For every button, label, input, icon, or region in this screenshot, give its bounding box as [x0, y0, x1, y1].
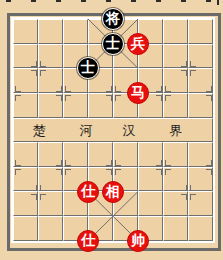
- star-point-mark: [56, 95, 62, 101]
- star-point-mark: [156, 95, 162, 101]
- star-point-mark: [181, 61, 187, 67]
- star-point-mark: [115, 169, 121, 175]
- river-label-2: 河: [78, 124, 94, 138]
- star-point-mark: [15, 160, 21, 166]
- xiangqi-board: 楚河汉界 将士兵士马仕相仕帅: [0, 0, 223, 260]
- piece-glyph: 相: [106, 183, 120, 201]
- star-point-mark: [190, 61, 196, 67]
- piece-glyph: 兵: [131, 35, 145, 53]
- piece-red-horse[interactable]: 马: [127, 82, 149, 104]
- river-label-3: 汉: [121, 124, 137, 138]
- clipped-label-mark: [156, 0, 161, 2]
- clipped-label-mark: [6, 0, 11, 2]
- star-point-mark: [31, 185, 37, 191]
- river: 楚河汉界: [13, 118, 213, 143]
- piece-glyph: 帅: [131, 232, 145, 250]
- star-point-mark: [190, 70, 196, 76]
- piece-red-general[interactable]: 帅: [127, 230, 149, 252]
- star-point-mark: [156, 86, 162, 92]
- piece-red-advisor-1[interactable]: 仕: [77, 181, 99, 203]
- board-cell: [188, 216, 213, 241]
- star-point-mark: [190, 185, 196, 191]
- star-point-mark: [156, 160, 162, 166]
- star-point-mark: [56, 160, 62, 166]
- piece-red-advisor-2[interactable]: 仕: [77, 230, 99, 252]
- board-cell: [13, 19, 38, 44]
- river-label-4: 界: [168, 124, 184, 138]
- star-point-mark: [40, 185, 46, 191]
- star-point-mark: [65, 95, 71, 101]
- star-point-mark: [65, 86, 71, 92]
- clipped-label-mark: [217, 0, 219, 5]
- board-cell: [63, 19, 88, 44]
- board-cell: [38, 216, 63, 241]
- star-point-mark: [15, 169, 21, 175]
- star-point-mark: [106, 160, 112, 166]
- board-cell: [163, 19, 188, 44]
- star-point-mark: [181, 194, 187, 200]
- star-point-mark: [106, 95, 112, 101]
- piece-black-advisor-1[interactable]: 士: [102, 33, 124, 55]
- star-point-mark: [40, 194, 46, 200]
- piece-glyph: 仕: [81, 183, 95, 201]
- clipped-label-mark: [31, 0, 36, 2]
- star-point-mark: [40, 61, 46, 67]
- clipped-label-mark: [81, 0, 86, 2]
- river-label-1: 楚: [31, 124, 47, 138]
- board-cell: [163, 216, 188, 241]
- star-point-mark: [165, 95, 171, 101]
- clipped-label-mark: [206, 0, 211, 2]
- clipped-label-mark: [181, 0, 186, 2]
- star-point-mark: [56, 169, 62, 175]
- board-cell: [138, 191, 163, 216]
- star-point-mark: [65, 169, 71, 175]
- clipped-label-mark: [56, 0, 61, 2]
- star-point-mark: [206, 86, 212, 92]
- star-point-mark: [206, 160, 212, 166]
- star-point-mark: [115, 160, 121, 166]
- clipped-label-mark: [106, 0, 111, 2]
- piece-red-soldier[interactable]: 兵: [127, 33, 149, 55]
- star-point-mark: [40, 70, 46, 76]
- piece-glyph: 仕: [81, 232, 95, 250]
- star-point-mark: [165, 160, 171, 166]
- star-point-mark: [15, 95, 21, 101]
- star-point-mark: [156, 169, 162, 175]
- board-cell: [188, 19, 213, 44]
- piece-black-general[interactable]: 将: [102, 8, 124, 30]
- star-point-mark: [115, 86, 121, 92]
- piece-glyph: 将: [106, 10, 120, 28]
- star-point-mark: [181, 185, 187, 191]
- piece-glyph: 马: [131, 84, 145, 102]
- piece-glyph: 士: [81, 59, 95, 77]
- star-point-mark: [165, 86, 171, 92]
- star-point-mark: [15, 86, 21, 92]
- clipped-label-mark: [131, 0, 136, 2]
- star-point-mark: [190, 194, 196, 200]
- piece-glyph: 士: [106, 35, 120, 53]
- piece-red-elephant[interactable]: 相: [102, 181, 124, 203]
- star-point-mark: [56, 86, 62, 92]
- star-point-mark: [206, 95, 212, 101]
- board-cell: [13, 216, 38, 241]
- star-point-mark: [165, 169, 171, 175]
- star-point-mark: [106, 86, 112, 92]
- star-point-mark: [106, 169, 112, 175]
- star-point-mark: [181, 70, 187, 76]
- star-point-mark: [31, 61, 37, 67]
- star-point-mark: [206, 169, 212, 175]
- star-point-mark: [31, 70, 37, 76]
- star-point-mark: [65, 160, 71, 166]
- star-point-mark: [31, 194, 37, 200]
- star-point-mark: [115, 95, 121, 101]
- board-cell: [38, 19, 63, 44]
